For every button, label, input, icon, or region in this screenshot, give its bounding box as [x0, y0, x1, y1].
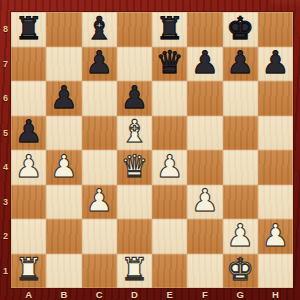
square-c2[interactable]: [82, 219, 117, 254]
square-a1[interactable]: ♜: [11, 254, 46, 289]
chess-diagram: 87654321 ♜♝♜♚♟♛♟♟♟♟♟♟♝♟♟♛♟♟♟♟♟♜♜♚ ABCDEF…: [0, 0, 300, 300]
square-a8[interactable]: ♜: [11, 12, 46, 47]
square-e4[interactable]: ♟: [152, 150, 187, 185]
file-label-f: F: [187, 288, 222, 300]
square-d1[interactable]: ♜: [117, 254, 152, 289]
square-d5[interactable]: ♝: [117, 116, 152, 151]
square-d7[interactable]: [117, 47, 152, 82]
square-b6[interactable]: ♟: [46, 81, 81, 116]
square-b7[interactable]: [46, 47, 81, 82]
square-c5[interactable]: [82, 116, 117, 151]
square-b5[interactable]: [46, 116, 81, 151]
piece-white-pawn[interactable]: ♟: [85, 185, 113, 216]
file-label-e: E: [152, 288, 187, 300]
square-f7[interactable]: ♟: [187, 47, 222, 82]
file-label-h: H: [258, 288, 293, 300]
square-h3[interactable]: [258, 185, 293, 220]
piece-black-bishop[interactable]: ♝: [85, 13, 113, 44]
rank-label-8: 8: [0, 12, 11, 47]
rank-label-3: 3: [0, 185, 11, 220]
file-label-d: D: [117, 288, 152, 300]
piece-black-pawn[interactable]: ♟: [15, 116, 43, 147]
square-a6[interactable]: [11, 81, 46, 116]
rank-labels: 87654321: [0, 12, 11, 288]
piece-white-rook[interactable]: ♜: [120, 254, 148, 285]
square-f2[interactable]: [187, 219, 222, 254]
rank-label-1: 1: [0, 254, 11, 289]
square-d8[interactable]: [117, 12, 152, 47]
square-g5[interactable]: [223, 116, 258, 151]
square-g4[interactable]: [223, 150, 258, 185]
square-d3[interactable]: [117, 185, 152, 220]
file-label-b: B: [46, 288, 81, 300]
square-d2[interactable]: [117, 219, 152, 254]
square-f6[interactable]: [187, 81, 222, 116]
square-a2[interactable]: [11, 219, 46, 254]
square-g2[interactable]: ♟: [223, 219, 258, 254]
file-labels: ABCDEFGH: [11, 288, 293, 300]
square-c4[interactable]: [82, 150, 117, 185]
square-g8[interactable]: ♚: [223, 12, 258, 47]
square-f8[interactable]: [187, 12, 222, 47]
rank-label-5: 5: [0, 116, 11, 151]
piece-white-queen[interactable]: ♛: [120, 151, 148, 182]
square-f3[interactable]: ♟: [187, 185, 222, 220]
square-d6[interactable]: ♟: [117, 81, 152, 116]
square-e6[interactable]: [152, 81, 187, 116]
square-a3[interactable]: [11, 185, 46, 220]
square-g7[interactable]: ♟: [223, 47, 258, 82]
piece-black-pawn[interactable]: ♟: [85, 47, 113, 78]
square-a4[interactable]: ♟: [11, 150, 46, 185]
square-h4[interactable]: [258, 150, 293, 185]
square-a7[interactable]: [11, 47, 46, 82]
piece-white-bishop[interactable]: ♝: [120, 116, 148, 147]
square-b8[interactable]: [46, 12, 81, 47]
square-a5[interactable]: ♟: [11, 116, 46, 151]
piece-white-rook[interactable]: ♜: [15, 254, 43, 285]
piece-black-pawn[interactable]: ♟: [261, 47, 289, 78]
square-e1[interactable]: [152, 254, 187, 289]
piece-black-queen[interactable]: ♛: [156, 47, 184, 78]
piece-black-pawn[interactable]: ♟: [191, 47, 219, 78]
piece-black-king[interactable]: ♚: [226, 13, 254, 44]
piece-white-pawn[interactable]: ♟: [191, 185, 219, 216]
square-e2[interactable]: [152, 219, 187, 254]
square-e3[interactable]: [152, 185, 187, 220]
square-e5[interactable]: [152, 116, 187, 151]
square-f5[interactable]: [187, 116, 222, 151]
rank-label-4: 4: [0, 150, 11, 185]
square-b2[interactable]: [46, 219, 81, 254]
square-e7[interactable]: ♛: [152, 47, 187, 82]
square-b4[interactable]: ♟: [46, 150, 81, 185]
square-h6[interactable]: [258, 81, 293, 116]
square-h2[interactable]: ♟: [258, 219, 293, 254]
piece-white-pawn[interactable]: ♟: [156, 151, 184, 182]
chess-board[interactable]: ♜♝♜♚♟♛♟♟♟♟♟♟♝♟♟♛♟♟♟♟♟♜♜♚: [11, 12, 293, 288]
square-g1[interactable]: ♚: [223, 254, 258, 289]
square-c8[interactable]: ♝: [82, 12, 117, 47]
square-g6[interactable]: [223, 81, 258, 116]
file-label-c: C: [82, 288, 117, 300]
file-label-a: A: [11, 288, 46, 300]
piece-white-pawn[interactable]: ♟: [226, 220, 254, 251]
square-c6[interactable]: [82, 81, 117, 116]
square-c7[interactable]: ♟: [82, 47, 117, 82]
file-label-g: G: [223, 288, 258, 300]
piece-white-pawn[interactable]: ♟: [50, 151, 78, 182]
square-c3[interactable]: ♟: [82, 185, 117, 220]
square-b1[interactable]: [46, 254, 81, 289]
piece-white-pawn[interactable]: ♟: [261, 220, 289, 251]
square-e8[interactable]: ♜: [152, 12, 187, 47]
square-h5[interactable]: [258, 116, 293, 151]
square-h7[interactable]: ♟: [258, 47, 293, 82]
piece-black-pawn[interactable]: ♟: [226, 47, 254, 78]
piece-white-pawn[interactable]: ♟: [15, 151, 43, 182]
piece-white-king[interactable]: ♚: [226, 254, 254, 285]
square-c1[interactable]: [82, 254, 117, 289]
rank-label-7: 7: [0, 47, 11, 82]
rank-label-6: 6: [0, 81, 11, 116]
piece-black-pawn[interactable]: ♟: [50, 82, 78, 113]
square-h8[interactable]: [258, 12, 293, 47]
square-b3[interactable]: [46, 185, 81, 220]
square-f4[interactable]: [187, 150, 222, 185]
square-g3[interactable]: [223, 185, 258, 220]
piece-black-pawn[interactable]: ♟: [120, 82, 148, 113]
piece-black-rook[interactable]: ♜: [15, 13, 43, 44]
piece-black-rook[interactable]: ♜: [156, 13, 184, 44]
rank-label-2: 2: [0, 219, 11, 254]
square-h1[interactable]: [258, 254, 293, 289]
square-d4[interactable]: ♛: [117, 150, 152, 185]
square-f1[interactable]: [187, 254, 222, 289]
